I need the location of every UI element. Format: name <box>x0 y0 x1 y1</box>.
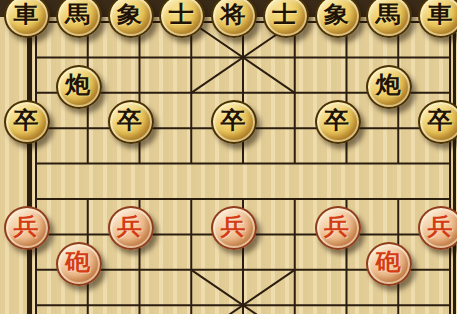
piece-glyph: 兵 <box>117 215 142 238</box>
piece-black-cannon[interactable]: 炮 <box>366 65 412 109</box>
piece-glyph: 象 <box>117 3 142 26</box>
piece-glyph: 卒 <box>428 109 453 132</box>
piece-black-soldier[interactable]: 卒 <box>315 100 361 144</box>
piece-black-soldier[interactable]: 卒 <box>418 100 457 144</box>
piece-glyph: 士 <box>169 3 194 26</box>
piece-glyph: 卒 <box>221 109 246 132</box>
piece-black-soldier[interactable]: 卒 <box>211 100 257 144</box>
piece-glyph: 車 <box>14 3 39 26</box>
piece-glyph: 馬 <box>65 3 90 26</box>
piece-glyph: 炮 <box>376 73 401 96</box>
piece-black-soldier[interactable]: 卒 <box>108 100 154 144</box>
piece-glyph: 炮 <box>65 73 90 96</box>
piece-glyph: 兵 <box>428 215 453 238</box>
piece-glyph: 砲 <box>376 250 401 273</box>
piece-glyph: 将 <box>221 3 246 26</box>
piece-glyph: 卒 <box>117 109 142 132</box>
piece-glyph: 士 <box>272 3 297 26</box>
piece-red-cannon[interactable]: 砲 <box>366 242 412 286</box>
piece-red-soldier[interactable]: 兵 <box>108 206 154 250</box>
piece-glyph: 砲 <box>65 250 90 273</box>
piece-glyph: 兵 <box>324 215 349 238</box>
piece-red-cannon[interactable]: 砲 <box>56 242 102 286</box>
piece-glyph: 卒 <box>324 109 349 132</box>
xiangqi-board: 車馬象士将士象馬車炮炮卒卒卒卒卒兵兵兵兵兵砲砲 <box>0 0 457 314</box>
piece-glyph: 馬 <box>376 3 401 26</box>
piece-glyph: 兵 <box>14 215 39 238</box>
piece-glyph: 車 <box>428 3 453 26</box>
piece-glyph: 象 <box>324 3 349 26</box>
piece-glyph: 卒 <box>14 109 39 132</box>
piece-black-cannon[interactable]: 炮 <box>56 65 102 109</box>
piece-glyph: 兵 <box>221 215 246 238</box>
piece-black-soldier[interactable]: 卒 <box>4 100 50 144</box>
piece-red-soldier[interactable]: 兵 <box>315 206 361 250</box>
